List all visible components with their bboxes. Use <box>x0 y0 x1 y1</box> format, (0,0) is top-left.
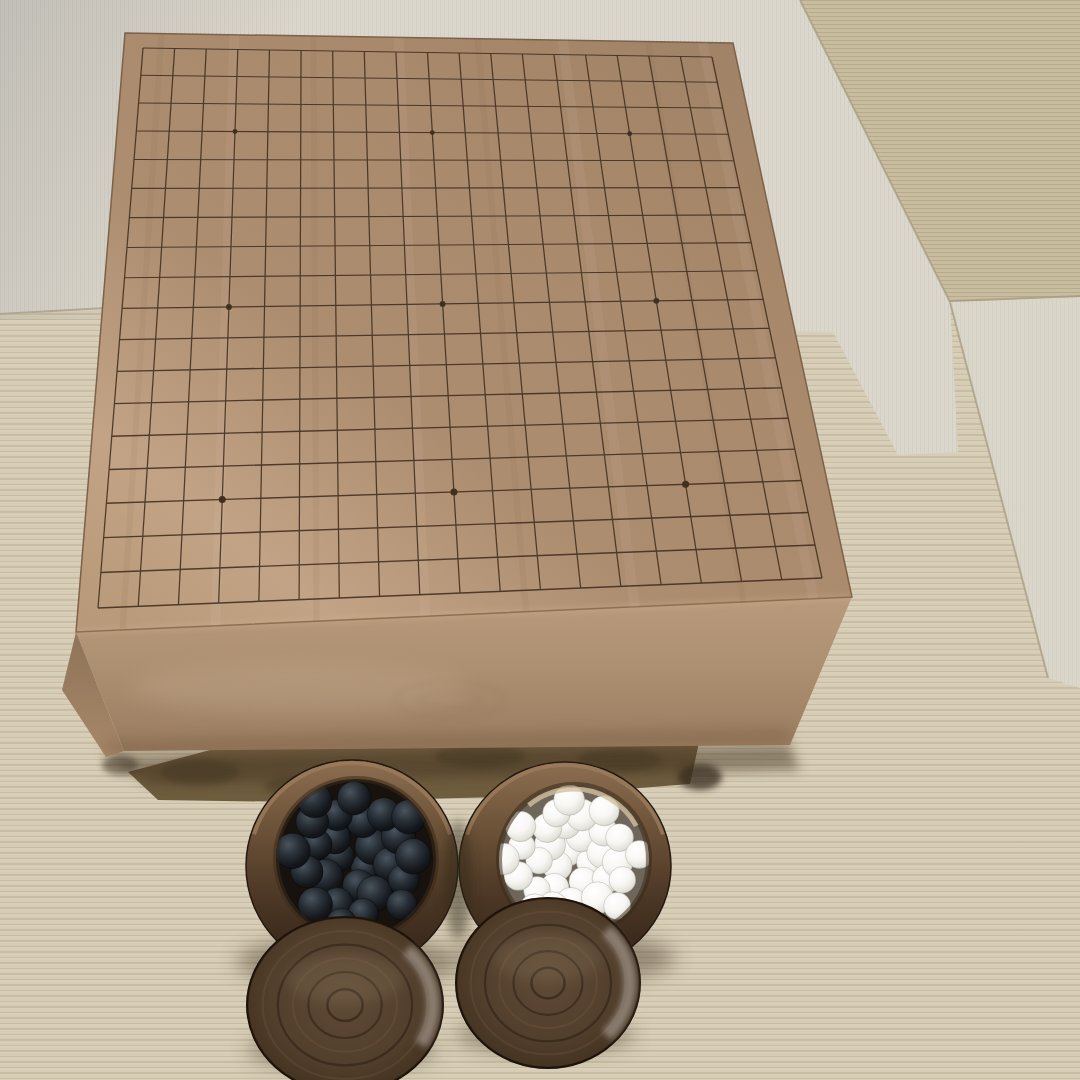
front-grain-sheen <box>130 662 470 714</box>
black-stone-in-bowl <box>337 781 370 814</box>
star-point <box>450 488 457 495</box>
tatami-seam-line <box>800 0 950 302</box>
star-point <box>653 298 659 304</box>
bowl-lid-right <box>456 898 640 1068</box>
tatami-seam-line <box>950 296 1080 301</box>
grid-line-horizontal <box>132 188 740 189</box>
star-point <box>430 130 435 135</box>
star-point <box>226 304 232 310</box>
lid-top-highlight <box>493 934 603 982</box>
black-stone-in-bowl <box>395 839 431 875</box>
photo-scene: Wooden table goban (19x19, empty board) … <box>0 0 1080 1080</box>
board-corner-shadow-left <box>102 755 138 775</box>
star-point <box>682 481 689 488</box>
star-point <box>233 129 238 134</box>
star-point <box>219 496 226 503</box>
white-stone-in-bowl <box>609 867 636 894</box>
grain-streak <box>313 36 316 621</box>
goban-and-bowls <box>0 0 1080 1080</box>
between-bowls-shadow <box>444 820 472 940</box>
board-corner-shadow <box>678 764 722 790</box>
tatami-seam-line <box>950 302 1048 678</box>
lid-top-highlight <box>286 954 404 1003</box>
tatami-seam-line <box>0 308 105 314</box>
star-point <box>440 301 446 307</box>
star-point <box>627 131 632 136</box>
bowl-lid-left <box>247 917 443 1080</box>
